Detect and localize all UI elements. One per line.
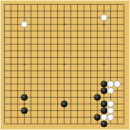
star-point <box>103 24 105 26</box>
black-stone <box>94 114 100 120</box>
black-stone <box>21 107 27 113</box>
white-stone <box>107 101 113 107</box>
white-stone <box>107 81 113 87</box>
white-stone <box>107 107 113 113</box>
black-stone <box>61 101 67 107</box>
black-stone <box>101 107 107 113</box>
white-stone <box>107 114 113 120</box>
white-stone <box>114 81 120 87</box>
black-stone <box>101 101 107 107</box>
white-stone <box>107 88 113 94</box>
go-board-diagram <box>0 0 130 130</box>
black-stone <box>94 94 100 100</box>
go-board[interactable] <box>0 0 130 130</box>
white-stone <box>21 21 27 27</box>
white-stone <box>101 15 107 21</box>
star-point <box>63 24 65 26</box>
black-stone <box>101 121 107 127</box>
black-stone <box>101 81 107 87</box>
black-stone <box>21 94 27 100</box>
black-stone <box>101 88 107 94</box>
star-point <box>63 63 65 65</box>
star-point <box>24 63 26 65</box>
star-point <box>24 103 26 105</box>
white-stone <box>101 114 107 120</box>
star-point <box>103 63 105 65</box>
